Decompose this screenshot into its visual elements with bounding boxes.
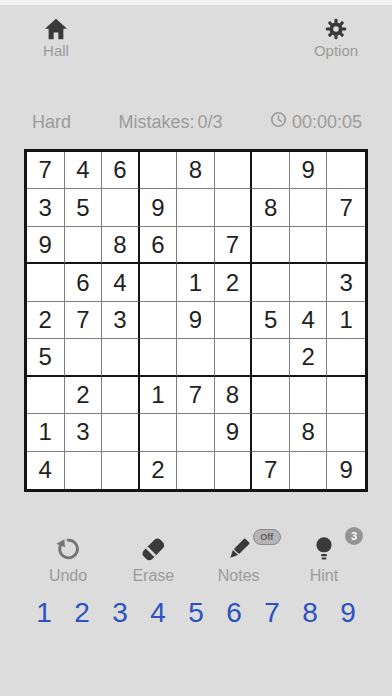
sudoku-cell-r6c4[interactable] [140, 339, 178, 376]
notes-button[interactable]: Off Notes [207, 534, 271, 585]
sudoku-cell-r5c3[interactable]: 3 [102, 302, 140, 339]
sudoku-cell-r1c6[interactable] [215, 152, 253, 189]
sudoku-cell-r2c6[interactable] [215, 189, 253, 226]
sudoku-cell-r7c9[interactable] [327, 377, 365, 414]
home-icon [43, 17, 69, 41]
sudoku-cell-r5c5[interactable]: 9 [177, 302, 215, 339]
numpad-6[interactable]: 6 [215, 597, 253, 629]
sudoku-cell-r9c8[interactable] [290, 452, 328, 489]
sudoku-cell-r6c6[interactable] [215, 339, 253, 376]
sudoku-cell-r6c2[interactable] [65, 339, 103, 376]
hint-label: Hint [310, 567, 338, 585]
sudoku-cell-r9c2[interactable] [65, 452, 103, 489]
sudoku-cell-r4c9[interactable]: 3 [327, 264, 365, 301]
sudoku-cell-r1c3[interactable]: 6 [102, 152, 140, 189]
sudoku-cell-r9c3[interactable] [102, 452, 140, 489]
sudoku-cell-r4c3[interactable]: 4 [102, 264, 140, 301]
sudoku-cell-r8c2[interactable]: 3 [65, 414, 103, 451]
undo-label: Undo [49, 567, 87, 585]
mistakes-label: Mistakes: [118, 112, 194, 133]
numpad-5[interactable]: 5 [177, 597, 215, 629]
sudoku-cell-r7c6[interactable]: 8 [215, 377, 253, 414]
sudoku-cell-r6c1[interactable]: 5 [27, 339, 65, 376]
notes-label: Notes [218, 567, 260, 585]
sudoku-cell-r9c9[interactable]: 9 [327, 452, 365, 489]
sudoku-cell-r2c4[interactable]: 9 [140, 189, 178, 226]
sudoku-cell-r5c2[interactable]: 7 [65, 302, 103, 339]
sudoku-cell-r2c7[interactable]: 8 [252, 189, 290, 226]
sudoku-cell-r4c6[interactable]: 2 [215, 264, 253, 301]
sudoku-cell-r7c3[interactable] [102, 377, 140, 414]
sudoku-cell-r9c4[interactable]: 2 [140, 452, 178, 489]
sudoku-cell-r8c7[interactable] [252, 414, 290, 451]
hall-button[interactable]: Hall [24, 17, 88, 59]
sudoku-cell-r5c8[interactable]: 4 [290, 302, 328, 339]
sudoku-cell-r2c1[interactable]: 3 [27, 189, 65, 226]
undo-button[interactable]: Undo [36, 534, 100, 585]
mistakes-value: 0/3 [197, 112, 222, 133]
timer: 00:00:05 [270, 111, 362, 133]
sudoku-cell-r7c1[interactable] [27, 377, 65, 414]
sudoku-cell-r4c1[interactable] [27, 264, 65, 301]
numpad-2[interactable]: 2 [63, 597, 101, 629]
sudoku-cell-r2c9[interactable]: 7 [327, 189, 365, 226]
notes-state-badge: Off [253, 529, 281, 545]
sudoku-cell-r5c4[interactable] [140, 302, 178, 339]
timer-value: 00:00:05 [292, 112, 362, 133]
sudoku-cell-r1c2[interactable]: 4 [65, 152, 103, 189]
mistakes-counter: Mistakes: 0/3 [118, 112, 222, 133]
sudoku-cell-r3c4[interactable]: 6 [140, 227, 178, 264]
sudoku-cell-r6c5[interactable] [177, 339, 215, 376]
sudoku-cell-r2c5[interactable] [177, 189, 215, 226]
sudoku-cell-r7c4[interactable]: 1 [140, 377, 178, 414]
sudoku-cell-r4c4[interactable] [140, 264, 178, 301]
sudoku-cell-r1c9[interactable] [327, 152, 365, 189]
sudoku-cell-r8c5[interactable] [177, 414, 215, 451]
hall-label: Hall [43, 42, 69, 59]
sudoku-cell-r3c5[interactable] [177, 227, 215, 264]
erase-label: Erase [132, 567, 174, 585]
sudoku-cell-r3c6[interactable]: 7 [215, 227, 253, 264]
numpad-9[interactable]: 9 [329, 597, 367, 629]
numpad-8[interactable]: 8 [291, 597, 329, 629]
sudoku-cell-r8c4[interactable] [140, 414, 178, 451]
sudoku-cell-r4c7[interactable] [252, 264, 290, 301]
sudoku-cell-r5c7[interactable]: 5 [252, 302, 290, 339]
sudoku-cell-r1c5[interactable]: 8 [177, 152, 215, 189]
undo-icon [54, 534, 82, 564]
sudoku-cell-r5c9[interactable]: 1 [327, 302, 365, 339]
sudoku-cell-r3c2[interactable] [65, 227, 103, 264]
sudoku-cell-r4c5[interactable]: 1 [177, 264, 215, 301]
sudoku-cell-r2c3[interactable] [102, 189, 140, 226]
sudoku-cell-r8c1[interactable]: 1 [27, 414, 65, 451]
sudoku-cell-r3c1[interactable]: 9 [27, 227, 65, 264]
sudoku-grid: 7468935987986764123273954152217813984279 [24, 149, 368, 492]
sudoku-cell-r1c7[interactable] [252, 152, 290, 189]
sudoku-cell-r3c7[interactable] [252, 227, 290, 264]
sudoku-cell-r7c7[interactable] [252, 377, 290, 414]
eraser-icon [138, 534, 168, 564]
sudoku-cell-r6c9[interactable] [327, 339, 365, 376]
erase-button[interactable]: Erase [121, 534, 185, 585]
sudoku-cell-r3c8[interactable] [290, 227, 328, 264]
sudoku-cell-r4c8[interactable] [290, 264, 328, 301]
numpad-4[interactable]: 4 [139, 597, 177, 629]
sudoku-cell-r6c7[interactable] [252, 339, 290, 376]
sudoku-cell-r1c4[interactable] [140, 152, 178, 189]
option-button[interactable]: Option [304, 17, 368, 59]
toolbar: Undo Erase Off Notes 3 [0, 534, 392, 585]
hint-button[interactable]: 3 Hint [292, 534, 356, 585]
sudoku-cell-r4c2[interactable]: 6 [65, 264, 103, 301]
hint-count-badge: 3 [345, 527, 363, 545]
sudoku-cell-r5c1[interactable]: 2 [27, 302, 65, 339]
sudoku-cell-r1c8[interactable]: 9 [290, 152, 328, 189]
gear-icon [324, 17, 348, 41]
sudoku-cell-r7c5[interactable]: 7 [177, 377, 215, 414]
sudoku-cell-r9c6[interactable] [215, 452, 253, 489]
lightbulb-icon [311, 534, 337, 564]
sudoku-cell-r8c6[interactable]: 9 [215, 414, 253, 451]
sudoku-cell-r2c8[interactable] [290, 189, 328, 226]
sudoku-cell-r9c7[interactable]: 7 [252, 452, 290, 489]
sudoku-cell-r9c1[interactable]: 4 [27, 452, 65, 489]
sudoku-cell-r2c2[interactable]: 5 [65, 189, 103, 226]
sudoku-cell-r8c3[interactable] [102, 414, 140, 451]
sudoku-cell-r6c3[interactable] [102, 339, 140, 376]
sudoku-cell-r5c6[interactable] [215, 302, 253, 339]
sudoku-cell-r7c8[interactable] [290, 377, 328, 414]
sudoku-cell-r3c3[interactable]: 8 [102, 227, 140, 264]
sudoku-cell-r3c9[interactable] [327, 227, 365, 264]
sudoku-cell-r1c1[interactable]: 7 [27, 152, 65, 189]
numpad-7[interactable]: 7 [253, 597, 291, 629]
clock-icon [270, 111, 287, 133]
option-label: Option [314, 42, 358, 59]
numpad-1[interactable]: 1 [25, 597, 63, 629]
number-pad: 123456789 [0, 597, 392, 629]
sudoku-cell-r9c5[interactable] [177, 452, 215, 489]
pencil-icon [224, 534, 254, 564]
difficulty-label: Hard [32, 112, 71, 133]
status-row: Hard Mistakes: 0/3 00:00:05 [0, 111, 392, 133]
sudoku-cell-r6c8[interactable]: 2 [290, 339, 328, 376]
top-bar: Hall Option [0, 5, 392, 59]
sudoku-cell-r8c9[interactable] [327, 414, 365, 451]
numpad-3[interactable]: 3 [101, 597, 139, 629]
sudoku-cell-r8c8[interactable]: 8 [290, 414, 328, 451]
sudoku-cell-r7c2[interactable]: 2 [65, 377, 103, 414]
